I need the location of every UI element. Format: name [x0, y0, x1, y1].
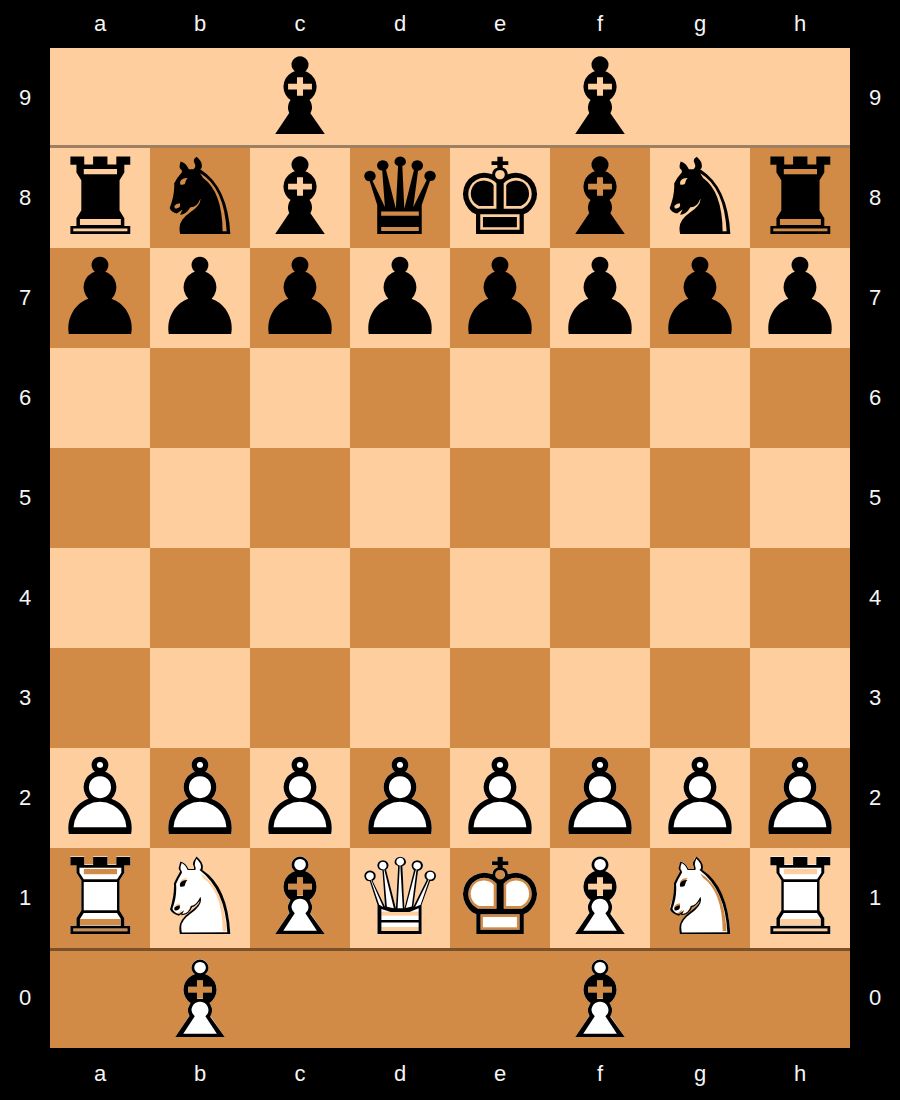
rank-label-left-3: 3 — [0, 648, 50, 748]
square-e3[interactable] — [450, 648, 550, 748]
square-a8[interactable]: ♜ — [50, 148, 150, 248]
square-e8[interactable]: ♚ — [450, 148, 550, 248]
square-a5[interactable] — [50, 448, 150, 548]
square-e0[interactable] — [450, 948, 550, 1048]
white-rook: ♜♖ — [50, 848, 150, 948]
square-e4[interactable] — [450, 548, 550, 648]
white-queen: ♛♕ — [350, 848, 450, 948]
square-g0[interactable] — [650, 948, 750, 1048]
black-bishop: ♝ — [550, 148, 650, 248]
black-pawn: ♟ — [450, 248, 550, 348]
square-g1[interactable]: ♞♘ — [650, 848, 750, 948]
black-knight: ♞ — [150, 148, 250, 248]
square-c9[interactable]: ♝ — [250, 48, 350, 148]
black-pawn: ♟ — [750, 248, 850, 348]
black-pawn: ♟ — [50, 248, 150, 348]
rank-label-left-1: 1 — [0, 848, 50, 948]
square-c0[interactable] — [250, 948, 350, 1048]
square-h2[interactable]: ♟♙ — [750, 748, 850, 848]
file-label-bottom-g: g — [650, 1048, 750, 1100]
rank-label-right-6: 6 — [850, 348, 900, 448]
square-a2[interactable]: ♟♙ — [50, 748, 150, 848]
chessboard-widget: ♝♝♜♞♝♛♚♝♞♜♟♟♟♟♟♟♟♟♟♙♟♙♟♙♟♙♟♙♟♙♟♙♟♙♜♖♞♘♝♗… — [0, 0, 900, 1100]
square-h3[interactable] — [750, 648, 850, 748]
black-pawn: ♟ — [150, 248, 250, 348]
square-f9[interactable]: ♝ — [550, 48, 650, 148]
square-b0[interactable]: ♝♗ — [150, 948, 250, 1048]
square-a1[interactable]: ♜♖ — [50, 848, 150, 948]
white-pawn: ♟♙ — [50, 748, 150, 848]
square-e5[interactable] — [450, 448, 550, 548]
square-b6[interactable] — [150, 348, 250, 448]
square-g7[interactable]: ♟ — [650, 248, 750, 348]
square-f1[interactable]: ♝♗ — [550, 848, 650, 948]
white-pawn: ♟♙ — [350, 748, 450, 848]
square-g5[interactable] — [650, 448, 750, 548]
square-b7[interactable]: ♟ — [150, 248, 250, 348]
square-f5[interactable] — [550, 448, 650, 548]
black-queen: ♛ — [350, 148, 450, 248]
white-bishop: ♝♗ — [250, 848, 350, 948]
square-g9[interactable] — [650, 48, 750, 148]
square-g4[interactable] — [650, 548, 750, 648]
rank-label-left-2: 2 — [0, 748, 50, 848]
white-knight: ♞♘ — [150, 848, 250, 948]
square-h5[interactable] — [750, 448, 850, 548]
square-d8[interactable]: ♛ — [350, 148, 450, 248]
square-f7[interactable]: ♟ — [550, 248, 650, 348]
square-f2[interactable]: ♟♙ — [550, 748, 650, 848]
rank-label-left-0: 0 — [0, 948, 50, 1048]
white-bishop: ♝♗ — [550, 951, 650, 1048]
rank-label-right-1: 1 — [850, 848, 900, 948]
white-pawn: ♟♙ — [750, 748, 850, 848]
black-rook: ♜ — [750, 148, 850, 248]
file-label-top-a: a — [50, 0, 150, 48]
black-pawn: ♟ — [550, 248, 650, 348]
square-c6[interactable] — [250, 348, 350, 448]
rank-label-left-5: 5 — [0, 448, 50, 548]
file-label-bottom-b: b — [150, 1048, 250, 1100]
square-a3[interactable] — [50, 648, 150, 748]
white-knight: ♞♘ — [650, 848, 750, 948]
square-g8[interactable]: ♞ — [650, 148, 750, 248]
black-pawn: ♟ — [650, 248, 750, 348]
square-d5[interactable] — [350, 448, 450, 548]
file-label-bottom-c: c — [250, 1048, 350, 1100]
square-a4[interactable] — [50, 548, 150, 648]
rank-label-right-8: 8 — [850, 148, 900, 248]
rank-label-right-9: 9 — [850, 48, 900, 148]
square-d3[interactable] — [350, 648, 450, 748]
file-label-bottom-f: f — [550, 1048, 650, 1100]
square-e7[interactable]: ♟ — [450, 248, 550, 348]
square-h9[interactable] — [750, 48, 850, 148]
file-label-bottom-h: h — [750, 1048, 850, 1100]
square-c3[interactable] — [250, 648, 350, 748]
file-label-top-e: e — [450, 0, 550, 48]
black-rook: ♜ — [50, 148, 150, 248]
square-d4[interactable] — [350, 548, 450, 648]
white-pawn: ♟♙ — [650, 748, 750, 848]
black-pawn: ♟ — [350, 248, 450, 348]
square-c7[interactable]: ♟ — [250, 248, 350, 348]
square-e6[interactable] — [450, 348, 550, 448]
square-e2[interactable]: ♟♙ — [450, 748, 550, 848]
square-h8[interactable]: ♜ — [750, 148, 850, 248]
rank-label-left-9: 9 — [0, 48, 50, 148]
file-label-top-g: g — [650, 0, 750, 48]
rank-label-right-5: 5 — [850, 448, 900, 548]
file-label-top-h: h — [750, 0, 850, 48]
square-c2[interactable]: ♟♙ — [250, 748, 350, 848]
square-f6[interactable] — [550, 348, 650, 448]
black-bishop: ♝ — [250, 148, 350, 248]
square-c5[interactable] — [250, 448, 350, 548]
square-g2[interactable]: ♟♙ — [650, 748, 750, 848]
square-b4[interactable] — [150, 548, 250, 648]
square-f0[interactable]: ♝♗ — [550, 948, 650, 1048]
square-d0[interactable] — [350, 948, 450, 1048]
rank-label-right-4: 4 — [850, 548, 900, 648]
square-a9[interactable] — [50, 48, 150, 148]
file-label-top-b: b — [150, 0, 250, 48]
file-label-top-f: f — [550, 0, 650, 48]
white-pawn: ♟♙ — [250, 748, 350, 848]
square-b5[interactable] — [150, 448, 250, 548]
board: ♝♝♜♞♝♛♚♝♞♜♟♟♟♟♟♟♟♟♟♙♟♙♟♙♟♙♟♙♟♙♟♙♟♙♜♖♞♘♝♗… — [50, 48, 850, 1048]
square-h1[interactable]: ♜♖ — [750, 848, 850, 948]
square-c1[interactable]: ♝♗ — [250, 848, 350, 948]
square-b1[interactable]: ♞♘ — [150, 848, 250, 948]
square-b3[interactable] — [150, 648, 250, 748]
black-bishop: ♝ — [250, 48, 350, 145]
white-rook: ♜♖ — [750, 848, 850, 948]
square-a7[interactable]: ♟ — [50, 248, 150, 348]
white-bishop: ♝♗ — [550, 848, 650, 948]
black-pawn: ♟ — [250, 248, 350, 348]
square-f4[interactable] — [550, 548, 650, 648]
square-g6[interactable] — [650, 348, 750, 448]
rank-label-right-7: 7 — [850, 248, 900, 348]
white-pawn: ♟♙ — [150, 748, 250, 848]
file-label-bottom-a: a — [50, 1048, 150, 1100]
square-d2[interactable]: ♟♙ — [350, 748, 450, 848]
square-h7[interactable]: ♟ — [750, 248, 850, 348]
square-e1[interactable]: ♚♔ — [450, 848, 550, 948]
square-d7[interactable]: ♟ — [350, 248, 450, 348]
black-king: ♚ — [450, 148, 550, 248]
square-b8[interactable]: ♞ — [150, 148, 250, 248]
rank-label-right-2: 2 — [850, 748, 900, 848]
white-pawn: ♟♙ — [550, 748, 650, 848]
square-b9[interactable] — [150, 48, 250, 148]
black-knight: ♞ — [650, 148, 750, 248]
rank-label-left-6: 6 — [0, 348, 50, 448]
white-king: ♚♔ — [450, 848, 550, 948]
square-f3[interactable] — [550, 648, 650, 748]
white-bishop: ♝♗ — [150, 951, 250, 1048]
square-g3[interactable] — [650, 648, 750, 748]
rank-label-left-8: 8 — [0, 148, 50, 248]
square-d9[interactable] — [350, 48, 450, 148]
square-f8[interactable]: ♝ — [550, 148, 650, 248]
square-h6[interactable] — [750, 348, 850, 448]
square-c8[interactable]: ♝ — [250, 148, 350, 248]
square-c4[interactable] — [250, 548, 350, 648]
square-a6[interactable] — [50, 348, 150, 448]
square-a0[interactable] — [50, 948, 150, 1048]
file-label-top-d: d — [350, 0, 450, 48]
rank-label-right-0: 0 — [850, 948, 900, 1048]
square-d6[interactable] — [350, 348, 450, 448]
file-label-top-c: c — [250, 0, 350, 48]
black-bishop: ♝ — [550, 48, 650, 145]
file-label-bottom-d: d — [350, 1048, 450, 1100]
white-pawn: ♟♙ — [450, 748, 550, 848]
square-e9[interactable] — [450, 48, 550, 148]
square-d1[interactable]: ♛♕ — [350, 848, 450, 948]
square-h4[interactable] — [750, 548, 850, 648]
rank-label-left-7: 7 — [0, 248, 50, 348]
square-b2[interactable]: ♟♙ — [150, 748, 250, 848]
square-h0[interactable] — [750, 948, 850, 1048]
file-label-bottom-e: e — [450, 1048, 550, 1100]
rank-label-right-3: 3 — [850, 648, 900, 748]
rank-label-left-4: 4 — [0, 548, 50, 648]
